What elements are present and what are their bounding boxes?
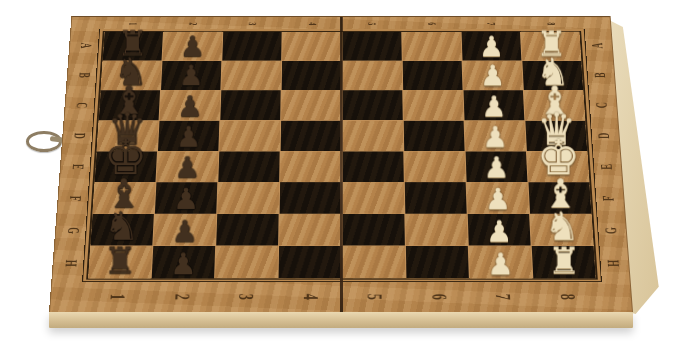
light-pawn-H7: ♟	[488, 249, 515, 279]
square-C5	[342, 90, 402, 120]
coord-bottom-2: 2	[169, 294, 194, 300]
coord-bottom-4: 4	[297, 294, 322, 300]
coord-top-2: 2	[185, 22, 200, 25]
coord-left-A: A	[77, 42, 94, 48]
square-G3	[216, 214, 279, 246]
coord-left-E: E	[68, 164, 86, 170]
square-A3	[223, 32, 282, 61]
product-photo-scene: 12345678 12345678 ABCDEFGH ABCDEFGH ♜♟♟♜…	[0, 0, 682, 350]
square-H4	[279, 246, 342, 278]
coord-left-H: H	[61, 260, 79, 267]
light-pawn-F7: ♟	[485, 185, 511, 214]
square-E6	[404, 151, 466, 182]
light-pawn-G7: ♟	[486, 217, 512, 246]
dark-pawn-B2: ♟	[178, 62, 203, 90]
square-E5	[342, 151, 403, 182]
square-F4	[280, 182, 342, 213]
square-G6	[405, 214, 468, 246]
square-E4	[280, 151, 341, 182]
square-B4	[282, 61, 341, 90]
coord-bottom-3: 3	[233, 294, 258, 300]
coord-right-D: D	[596, 132, 614, 138]
square-E7: ♟	[465, 151, 527, 182]
coord-right-A: A	[589, 42, 606, 48]
coord-right-E: E	[598, 164, 616, 170]
chess-board: 12345678 12345678 ABCDEFGH ABCDEFGH ♜♟♟♜…	[49, 16, 633, 312]
coord-left-D: D	[71, 132, 89, 138]
square-E3	[219, 151, 280, 182]
square-A4	[282, 32, 341, 61]
light-pawn-C7: ♟	[482, 92, 508, 121]
coord-top-7: 7	[484, 22, 499, 25]
dark-pawn-D2: ♟	[175, 122, 201, 151]
square-B6	[402, 61, 462, 90]
square-C6	[403, 90, 463, 120]
coord-left-C: C	[73, 102, 90, 108]
square-H7: ♟	[469, 246, 533, 278]
coord-right-G: G	[602, 227, 620, 234]
light-pawn-A7: ♟	[479, 33, 504, 61]
square-C4	[281, 90, 341, 120]
square-D4	[281, 121, 341, 151]
coord-top-4: 4	[305, 22, 320, 25]
dark-pawn-G2: ♟	[171, 217, 197, 246]
square-D5	[342, 121, 402, 151]
dark-pawn-F2: ♟	[173, 185, 199, 214]
square-H3	[215, 246, 278, 278]
light-pawn-D7: ♟	[483, 122, 509, 151]
coord-left-F: F	[66, 196, 84, 201]
coord-top-5: 5	[364, 22, 379, 25]
dark-rook-H1: ♜	[103, 242, 136, 279]
coord-top-6: 6	[424, 22, 439, 25]
light-rook-H8: ♜	[548, 242, 581, 279]
square-G5	[342, 214, 404, 246]
square-H5	[342, 246, 405, 278]
square-D6	[403, 121, 464, 151]
dark-pawn-E2: ♟	[174, 153, 200, 182]
square-A6	[402, 32, 461, 61]
light-pawn-B7: ♟	[480, 62, 505, 90]
square-B3	[222, 61, 282, 90]
square-E2: ♟	[157, 151, 219, 182]
square-G7: ♟	[467, 214, 530, 246]
coord-right-C: C	[593, 102, 610, 108]
square-F7: ♟	[466, 182, 529, 213]
coord-bottom-6: 6	[426, 294, 451, 300]
coord-right-H: H	[604, 260, 622, 267]
clasp-latch-icon	[26, 127, 66, 153]
square-G4	[279, 214, 341, 246]
dark-pawn-H2: ♟	[170, 249, 197, 279]
dark-pawn-C2: ♟	[177, 92, 203, 121]
coord-right-B: B	[591, 72, 608, 77]
coord-left-G: G	[64, 227, 82, 234]
square-A7: ♟	[461, 32, 521, 61]
square-F6	[404, 182, 466, 213]
square-B7: ♟	[462, 61, 522, 90]
square-H2: ♟	[152, 246, 216, 278]
coord-top-3: 3	[245, 22, 260, 25]
light-pawn-E7: ♟	[484, 153, 510, 182]
square-C7: ♟	[463, 90, 524, 120]
square-G2: ♟	[153, 214, 216, 246]
square-B2: ♟	[161, 61, 221, 90]
coord-bottom-8: 8	[554, 294, 579, 300]
square-D2: ♟	[158, 121, 219, 151]
square-B5	[342, 61, 401, 90]
dark-pawn-A2: ♟	[180, 33, 205, 61]
square-F5	[342, 182, 404, 213]
board-face: 12345678 12345678 ABCDEFGH ABCDEFGH ♜♟♟♜…	[49, 16, 633, 312]
coord-bottom-1: 1	[105, 294, 130, 300]
coord-right-F: F	[600, 196, 618, 201]
square-A5	[342, 32, 401, 61]
square-H6	[406, 246, 469, 278]
square-H8: ♜	[532, 246, 596, 278]
square-C2: ♟	[160, 90, 221, 120]
square-F2: ♟	[155, 182, 218, 213]
square-A2: ♟	[163, 32, 223, 61]
coord-bottom-5: 5	[362, 294, 387, 300]
square-C3	[221, 90, 281, 120]
coord-left-B: B	[75, 72, 92, 77]
square-D3	[220, 121, 281, 151]
square-F3	[217, 182, 279, 213]
square-D7: ♟	[464, 121, 525, 151]
board-front-edge	[49, 312, 633, 328]
square-H1: ♜	[88, 246, 152, 278]
coord-bottom-7: 7	[490, 294, 515, 300]
